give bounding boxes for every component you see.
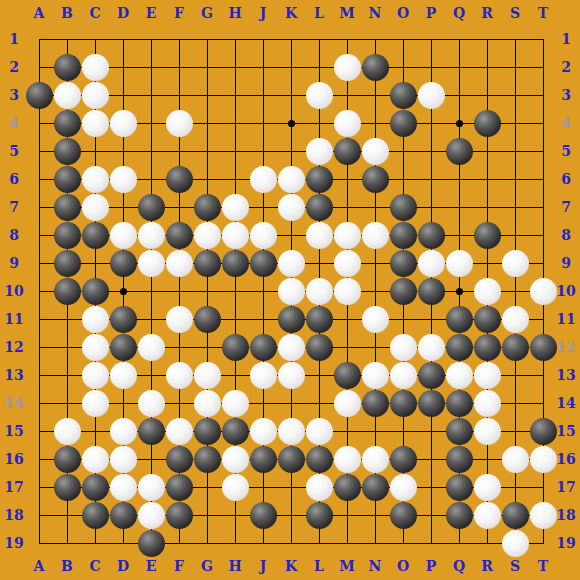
left-row-label-19: 19 bbox=[0, 534, 28, 552]
stone-white-F9[interactable] bbox=[166, 250, 193, 277]
bottom-column-label-N: N bbox=[361, 557, 389, 575]
stone-black-C17[interactable] bbox=[82, 474, 109, 501]
stone-white-M9[interactable] bbox=[334, 250, 361, 277]
stone-white-F15[interactable] bbox=[166, 418, 193, 445]
stone-white-C3[interactable] bbox=[82, 82, 109, 109]
stone-white-C4[interactable] bbox=[82, 110, 109, 137]
top-column-label-P: P bbox=[417, 4, 445, 22]
stone-white-N11[interactable] bbox=[362, 306, 389, 333]
stone-black-F16[interactable] bbox=[166, 446, 193, 473]
stone-white-M10[interactable] bbox=[334, 278, 361, 305]
stone-white-L5[interactable] bbox=[306, 138, 333, 165]
stone-black-H12[interactable] bbox=[222, 334, 249, 361]
stone-black-C10[interactable] bbox=[82, 278, 109, 305]
stone-black-O9[interactable] bbox=[390, 250, 417, 277]
stone-white-F13[interactable] bbox=[166, 362, 193, 389]
right-row-label-1: 1 bbox=[552, 30, 580, 48]
top-column-label-M: M bbox=[333, 4, 361, 22]
top-column-label-Q: Q bbox=[445, 4, 473, 22]
stone-black-H9[interactable] bbox=[222, 250, 249, 277]
right-row-label-5: 5 bbox=[552, 142, 580, 160]
stone-black-D9[interactable] bbox=[110, 250, 137, 277]
stone-white-H16[interactable] bbox=[222, 446, 249, 473]
stone-black-P8[interactable] bbox=[418, 222, 445, 249]
top-column-label-R: R bbox=[473, 4, 501, 22]
stone-black-M17[interactable] bbox=[334, 474, 361, 501]
stone-black-T15[interactable] bbox=[530, 418, 557, 445]
stone-black-C8[interactable] bbox=[82, 222, 109, 249]
left-row-label-3: 3 bbox=[0, 86, 28, 104]
stone-white-N16[interactable] bbox=[362, 446, 389, 473]
left-row-label-1: 1 bbox=[0, 30, 28, 48]
stone-black-G7[interactable] bbox=[194, 194, 221, 221]
stone-white-R10[interactable] bbox=[474, 278, 501, 305]
stone-black-F8[interactable] bbox=[166, 222, 193, 249]
stone-black-G16[interactable] bbox=[194, 446, 221, 473]
stone-white-E12[interactable] bbox=[138, 334, 165, 361]
bottom-column-label-O: O bbox=[389, 557, 417, 575]
stone-black-B7[interactable] bbox=[54, 194, 81, 221]
stone-black-T12[interactable] bbox=[530, 334, 557, 361]
stone-black-N17[interactable] bbox=[362, 474, 389, 501]
stone-white-K10[interactable] bbox=[278, 278, 305, 305]
right-row-label-2: 2 bbox=[552, 58, 580, 76]
top-column-label-F: F bbox=[165, 4, 193, 22]
stone-white-S19[interactable] bbox=[502, 530, 529, 557]
stone-black-A3[interactable] bbox=[26, 82, 53, 109]
stone-black-J16[interactable] bbox=[250, 446, 277, 473]
stone-white-O12[interactable] bbox=[390, 334, 417, 361]
bottom-column-label-Q: Q bbox=[445, 557, 473, 575]
stone-white-L3[interactable] bbox=[306, 82, 333, 109]
stone-white-T10[interactable] bbox=[530, 278, 557, 305]
left-row-label-10: 10 bbox=[0, 282, 28, 300]
left-row-label-13: 13 bbox=[0, 366, 28, 384]
stone-black-B5[interactable] bbox=[54, 138, 81, 165]
left-row-label-4: 4 bbox=[0, 114, 28, 132]
stone-black-O7[interactable] bbox=[390, 194, 417, 221]
stone-white-T18[interactable] bbox=[530, 502, 557, 529]
stone-black-Q11[interactable] bbox=[446, 306, 473, 333]
stone-white-G8[interactable] bbox=[194, 222, 221, 249]
stone-white-M16[interactable] bbox=[334, 446, 361, 473]
stone-white-N8[interactable] bbox=[362, 222, 389, 249]
stone-black-D18[interactable] bbox=[110, 502, 137, 529]
bottom-column-label-P: P bbox=[417, 557, 445, 575]
right-row-label-19: 19 bbox=[552, 534, 580, 552]
stone-white-J15[interactable] bbox=[250, 418, 277, 445]
stone-black-R4[interactable] bbox=[474, 110, 501, 137]
bottom-column-label-C: C bbox=[81, 557, 109, 575]
stone-black-L7[interactable] bbox=[306, 194, 333, 221]
stone-black-B17[interactable] bbox=[54, 474, 81, 501]
right-row-label-4: 4 bbox=[552, 114, 580, 132]
stone-white-K13[interactable] bbox=[278, 362, 305, 389]
left-row-label-16: 16 bbox=[0, 450, 28, 468]
stone-white-L8[interactable] bbox=[306, 222, 333, 249]
left-row-label-18: 18 bbox=[0, 506, 28, 524]
stone-white-D4[interactable] bbox=[110, 110, 137, 137]
stone-white-K6[interactable] bbox=[278, 166, 305, 193]
stone-white-S9[interactable] bbox=[502, 250, 529, 277]
bottom-column-label-R: R bbox=[473, 557, 501, 575]
stone-white-C13[interactable] bbox=[82, 362, 109, 389]
bottom-column-label-A: A bbox=[25, 557, 53, 575]
stone-black-L12[interactable] bbox=[306, 334, 333, 361]
stone-white-Q9[interactable] bbox=[446, 250, 473, 277]
stone-white-L10[interactable] bbox=[306, 278, 333, 305]
stone-white-M2[interactable] bbox=[334, 54, 361, 81]
stone-white-C6[interactable] bbox=[82, 166, 109, 193]
stone-white-L15[interactable] bbox=[306, 418, 333, 445]
stone-white-E18[interactable] bbox=[138, 502, 165, 529]
top-column-label-T: T bbox=[529, 4, 557, 22]
stone-black-R8[interactable] bbox=[474, 222, 501, 249]
stone-black-P13[interactable] bbox=[418, 362, 445, 389]
stone-black-O14[interactable] bbox=[390, 390, 417, 417]
top-column-label-J: J bbox=[249, 4, 277, 22]
stone-white-P3[interactable] bbox=[418, 82, 445, 109]
bottom-column-label-S: S bbox=[501, 557, 529, 575]
right-row-label-14: 14 bbox=[552, 394, 580, 412]
stone-black-B8[interactable] bbox=[54, 222, 81, 249]
stone-black-G11[interactable] bbox=[194, 306, 221, 333]
stone-white-D8[interactable] bbox=[110, 222, 137, 249]
stone-black-C18[interactable] bbox=[82, 502, 109, 529]
stone-white-L17[interactable] bbox=[306, 474, 333, 501]
bottom-column-label-D: D bbox=[109, 557, 137, 575]
stone-white-D6[interactable] bbox=[110, 166, 137, 193]
stone-black-L11[interactable] bbox=[306, 306, 333, 333]
stone-white-H17[interactable] bbox=[222, 474, 249, 501]
bottom-column-label-F: F bbox=[165, 557, 193, 575]
stone-black-Q15[interactable] bbox=[446, 418, 473, 445]
stone-white-O17[interactable] bbox=[390, 474, 417, 501]
left-row-label-15: 15 bbox=[0, 422, 28, 440]
bottom-column-label-J: J bbox=[249, 557, 277, 575]
right-row-label-13: 13 bbox=[552, 366, 580, 384]
stone-white-G13[interactable] bbox=[194, 362, 221, 389]
stone-black-O3[interactable] bbox=[390, 82, 417, 109]
stone-black-P14[interactable] bbox=[418, 390, 445, 417]
stone-white-F4[interactable] bbox=[166, 110, 193, 137]
stone-white-C11[interactable] bbox=[82, 306, 109, 333]
stone-white-B3[interactable] bbox=[54, 82, 81, 109]
stone-black-D11[interactable] bbox=[110, 306, 137, 333]
stone-white-K9[interactable] bbox=[278, 250, 305, 277]
stone-white-Q13[interactable] bbox=[446, 362, 473, 389]
stone-black-N6[interactable] bbox=[362, 166, 389, 193]
top-column-label-H: H bbox=[221, 4, 249, 22]
stone-white-H7[interactable] bbox=[222, 194, 249, 221]
stone-black-S12[interactable] bbox=[502, 334, 529, 361]
left-row-label-9: 9 bbox=[0, 254, 28, 272]
stone-black-R11[interactable] bbox=[474, 306, 501, 333]
stone-black-O4[interactable] bbox=[390, 110, 417, 137]
stone-white-F11[interactable] bbox=[166, 306, 193, 333]
left-row-label-5: 5 bbox=[0, 142, 28, 160]
right-row-label-11: 11 bbox=[552, 310, 580, 328]
stone-black-O16[interactable] bbox=[390, 446, 417, 473]
stone-black-B6[interactable] bbox=[54, 166, 81, 193]
stone-white-S16[interactable] bbox=[502, 446, 529, 473]
stone-black-S18[interactable] bbox=[502, 502, 529, 529]
stone-white-C12[interactable] bbox=[82, 334, 109, 361]
right-row-label-6: 6 bbox=[552, 170, 580, 188]
stone-white-D16[interactable] bbox=[110, 446, 137, 473]
stone-white-D15[interactable] bbox=[110, 418, 137, 445]
stone-black-Q16[interactable] bbox=[446, 446, 473, 473]
stone-white-P12[interactable] bbox=[418, 334, 445, 361]
stone-white-C14[interactable] bbox=[82, 390, 109, 417]
stone-black-H15[interactable] bbox=[222, 418, 249, 445]
go-board[interactable]: ABCDEFGHJKLMNOPQRSTABCDEFGHJKLMNOPQRST12… bbox=[0, 0, 580, 580]
left-row-label-14: 14 bbox=[0, 394, 28, 412]
stone-white-J13[interactable] bbox=[250, 362, 277, 389]
stone-black-E15[interactable] bbox=[138, 418, 165, 445]
stone-white-M4[interactable] bbox=[334, 110, 361, 137]
stone-white-H8[interactable] bbox=[222, 222, 249, 249]
stone-white-C16[interactable] bbox=[82, 446, 109, 473]
stone-white-J8[interactable] bbox=[250, 222, 277, 249]
stone-white-K15[interactable] bbox=[278, 418, 305, 445]
top-column-label-B: B bbox=[53, 4, 81, 22]
stone-white-O13[interactable] bbox=[390, 362, 417, 389]
top-column-label-A: A bbox=[25, 4, 53, 22]
stone-black-B4[interactable] bbox=[54, 110, 81, 137]
stone-black-P10[interactable] bbox=[418, 278, 445, 305]
stone-white-D13[interactable] bbox=[110, 362, 137, 389]
top-column-label-L: L bbox=[305, 4, 333, 22]
top-column-label-D: D bbox=[109, 4, 137, 22]
stone-black-F17[interactable] bbox=[166, 474, 193, 501]
stone-black-Q18[interactable] bbox=[446, 502, 473, 529]
stone-black-Q12[interactable] bbox=[446, 334, 473, 361]
stone-black-N2[interactable] bbox=[362, 54, 389, 81]
top-column-label-C: C bbox=[81, 4, 109, 22]
stone-black-M13[interactable] bbox=[334, 362, 361, 389]
star-point-Q4 bbox=[456, 120, 463, 127]
stone-black-L6[interactable] bbox=[306, 166, 333, 193]
stone-white-C2[interactable] bbox=[82, 54, 109, 81]
stone-white-D17[interactable] bbox=[110, 474, 137, 501]
stone-black-Q5[interactable] bbox=[446, 138, 473, 165]
stone-black-R12[interactable] bbox=[474, 334, 501, 361]
stone-white-S11[interactable] bbox=[502, 306, 529, 333]
bottom-column-label-E: E bbox=[137, 557, 165, 575]
left-row-label-2: 2 bbox=[0, 58, 28, 76]
top-column-label-N: N bbox=[361, 4, 389, 22]
stone-black-E7[interactable] bbox=[138, 194, 165, 221]
stone-black-K11[interactable] bbox=[278, 306, 305, 333]
stone-black-L16[interactable] bbox=[306, 446, 333, 473]
stone-black-Q17[interactable] bbox=[446, 474, 473, 501]
stone-white-P9[interactable] bbox=[418, 250, 445, 277]
stone-black-F18[interactable] bbox=[166, 502, 193, 529]
stone-white-E17[interactable] bbox=[138, 474, 165, 501]
stone-white-M8[interactable] bbox=[334, 222, 361, 249]
left-row-label-17: 17 bbox=[0, 478, 28, 496]
stone-black-E19[interactable] bbox=[138, 530, 165, 557]
stone-white-T16[interactable] bbox=[530, 446, 557, 473]
stone-black-D12[interactable] bbox=[110, 334, 137, 361]
star-point-D10 bbox=[120, 288, 127, 295]
star-point-Q10 bbox=[456, 288, 463, 295]
stone-black-B16[interactable] bbox=[54, 446, 81, 473]
stone-black-Q14[interactable] bbox=[446, 390, 473, 417]
stone-white-R17[interactable] bbox=[474, 474, 501, 501]
stone-black-J9[interactable] bbox=[250, 250, 277, 277]
top-column-label-G: G bbox=[193, 4, 221, 22]
stone-white-N5[interactable] bbox=[362, 138, 389, 165]
top-column-label-E: E bbox=[137, 4, 165, 22]
stone-white-G14[interactable] bbox=[194, 390, 221, 417]
stone-white-R13[interactable] bbox=[474, 362, 501, 389]
right-row-label-8: 8 bbox=[552, 226, 580, 244]
stone-black-O10[interactable] bbox=[390, 278, 417, 305]
stone-white-K12[interactable] bbox=[278, 334, 305, 361]
right-row-label-3: 3 bbox=[552, 86, 580, 104]
stone-black-G15[interactable] bbox=[194, 418, 221, 445]
left-row-label-12: 12 bbox=[0, 338, 28, 356]
stone-black-N14[interactable] bbox=[362, 390, 389, 417]
stone-black-B2[interactable] bbox=[54, 54, 81, 81]
stone-white-H14[interactable] bbox=[222, 390, 249, 417]
bottom-column-label-G: G bbox=[193, 557, 221, 575]
bottom-column-label-M: M bbox=[333, 557, 361, 575]
left-row-label-6: 6 bbox=[0, 170, 28, 188]
stone-black-B10[interactable] bbox=[54, 278, 81, 305]
top-column-label-O: O bbox=[389, 4, 417, 22]
right-row-label-7: 7 bbox=[552, 198, 580, 216]
top-column-label-K: K bbox=[277, 4, 305, 22]
stone-black-B9[interactable] bbox=[54, 250, 81, 277]
bottom-column-label-B: B bbox=[53, 557, 81, 575]
stone-white-B15[interactable] bbox=[54, 418, 81, 445]
left-row-label-8: 8 bbox=[0, 226, 28, 244]
bottom-column-label-T: T bbox=[529, 557, 557, 575]
star-point-K4 bbox=[288, 120, 295, 127]
stone-black-O8[interactable] bbox=[390, 222, 417, 249]
stone-black-L18[interactable] bbox=[306, 502, 333, 529]
stone-black-K16[interactable] bbox=[278, 446, 305, 473]
stone-white-R18[interactable] bbox=[474, 502, 501, 529]
bottom-column-label-H: H bbox=[221, 557, 249, 575]
right-row-label-17: 17 bbox=[552, 478, 580, 496]
bottom-column-label-L: L bbox=[305, 557, 333, 575]
top-column-label-S: S bbox=[501, 4, 529, 22]
stone-black-O18[interactable] bbox=[390, 502, 417, 529]
stone-black-J12[interactable] bbox=[250, 334, 277, 361]
stone-black-J18[interactable] bbox=[250, 502, 277, 529]
left-row-label-7: 7 bbox=[0, 198, 28, 216]
stone-black-M5[interactable] bbox=[334, 138, 361, 165]
stone-white-N13[interactable] bbox=[362, 362, 389, 389]
stone-white-E9[interactable] bbox=[138, 250, 165, 277]
left-row-label-11: 11 bbox=[0, 310, 28, 328]
stone-white-C7[interactable] bbox=[82, 194, 109, 221]
stone-white-M14[interactable] bbox=[334, 390, 361, 417]
stone-white-R14[interactable] bbox=[474, 390, 501, 417]
stone-white-R15[interactable] bbox=[474, 418, 501, 445]
stone-white-K7[interactable] bbox=[278, 194, 305, 221]
stone-black-F6[interactable] bbox=[166, 166, 193, 193]
stone-white-E8[interactable] bbox=[138, 222, 165, 249]
stone-black-G9[interactable] bbox=[194, 250, 221, 277]
stone-white-J6[interactable] bbox=[250, 166, 277, 193]
right-row-label-9: 9 bbox=[552, 254, 580, 272]
bottom-column-label-K: K bbox=[277, 557, 305, 575]
stone-white-E14[interactable] bbox=[138, 390, 165, 417]
